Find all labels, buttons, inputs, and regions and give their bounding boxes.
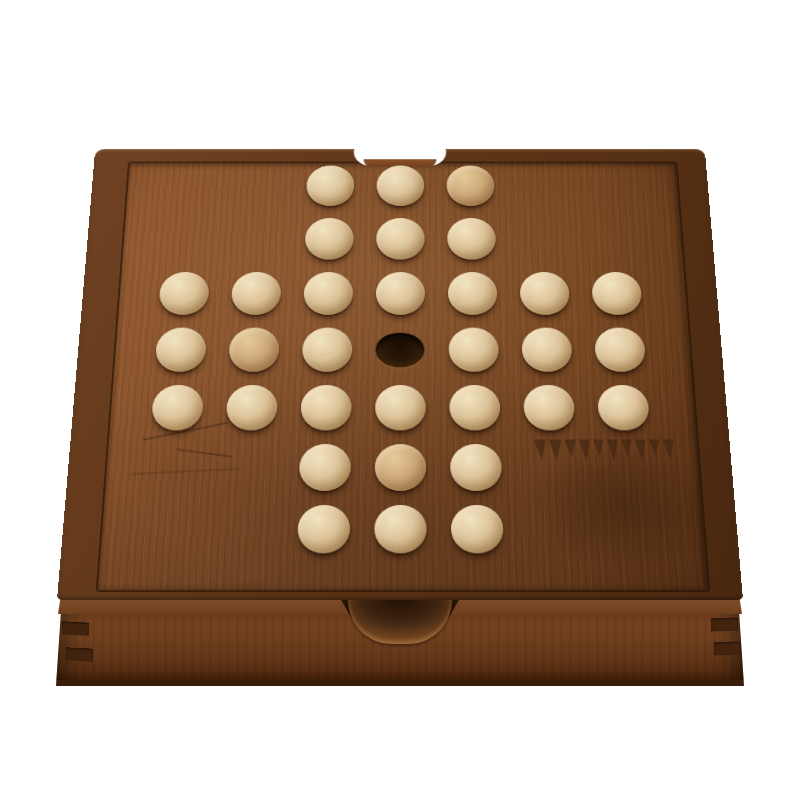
board-cell[interactable] bbox=[361, 497, 438, 560]
board-cell[interactable] bbox=[142, 321, 218, 378]
board-corner-cell bbox=[574, 159, 647, 211]
board-cell[interactable] bbox=[509, 321, 584, 378]
peg[interactable] bbox=[377, 166, 425, 206]
peg[interactable] bbox=[448, 272, 498, 315]
board-cell[interactable] bbox=[286, 437, 363, 498]
peg[interactable] bbox=[158, 272, 209, 315]
board-cell[interactable] bbox=[284, 497, 362, 560]
board-corner-cell bbox=[210, 437, 288, 498]
peg[interactable] bbox=[300, 385, 351, 430]
peg[interactable] bbox=[597, 385, 650, 430]
peg[interactable] bbox=[302, 328, 353, 372]
solitaire-box-top bbox=[57, 149, 743, 600]
peg[interactable] bbox=[519, 272, 570, 315]
board-corner-cell bbox=[576, 212, 650, 266]
dovetail-joint bbox=[66, 647, 94, 661]
board-corner-cell bbox=[153, 159, 226, 211]
peg[interactable] bbox=[449, 328, 500, 372]
peg[interactable] bbox=[374, 505, 426, 553]
peg[interactable] bbox=[523, 385, 575, 430]
board-cell[interactable] bbox=[289, 321, 363, 378]
board-cell[interactable] bbox=[582, 321, 658, 378]
empty-center-hole[interactable] bbox=[375, 333, 424, 368]
peg[interactable] bbox=[449, 385, 500, 430]
peg[interactable] bbox=[375, 444, 427, 491]
board-corner-cell bbox=[130, 497, 210, 560]
peg[interactable] bbox=[594, 328, 646, 372]
board-cell[interactable] bbox=[293, 212, 365, 266]
peg[interactable] bbox=[446, 166, 494, 206]
peg[interactable] bbox=[306, 166, 354, 206]
peg[interactable] bbox=[231, 272, 282, 315]
dovetail-joint bbox=[714, 642, 741, 656]
board-cell[interactable] bbox=[288, 378, 363, 437]
board-corner-cell bbox=[506, 212, 579, 266]
board-cell[interactable] bbox=[362, 437, 438, 498]
peg[interactable] bbox=[447, 218, 496, 260]
board-cell[interactable] bbox=[436, 321, 510, 378]
peg[interactable] bbox=[305, 218, 354, 260]
board-corner-cell bbox=[221, 212, 294, 266]
dovetail-joint bbox=[62, 621, 90, 635]
board-corner-cell bbox=[207, 497, 286, 560]
board-cell[interactable] bbox=[438, 497, 516, 560]
board-corner-cell bbox=[224, 159, 296, 211]
board-corner-cell bbox=[150, 212, 224, 266]
board-corner-cell bbox=[514, 497, 593, 560]
solitaire-grid bbox=[130, 159, 671, 560]
board-corner-cell bbox=[134, 437, 213, 498]
peg[interactable] bbox=[299, 444, 351, 491]
board-cell[interactable] bbox=[511, 378, 588, 437]
peg[interactable] bbox=[226, 385, 278, 430]
peg[interactable] bbox=[375, 385, 426, 430]
board-cell[interactable] bbox=[363, 321, 437, 378]
front-notch-bowl bbox=[348, 600, 452, 644]
board-cell[interactable] bbox=[138, 378, 216, 437]
peg[interactable] bbox=[376, 218, 425, 260]
board-cell[interactable] bbox=[146, 265, 221, 320]
board-cell[interactable] bbox=[436, 265, 509, 320]
product-photo-scene bbox=[0, 0, 800, 800]
board-corner-cell bbox=[590, 497, 670, 560]
board-cell[interactable] bbox=[364, 212, 436, 266]
board-corner-cell bbox=[512, 437, 590, 498]
peg[interactable] bbox=[450, 444, 502, 491]
board-cell[interactable] bbox=[365, 159, 436, 211]
peg[interactable] bbox=[376, 272, 425, 315]
board-cell[interactable] bbox=[363, 378, 438, 437]
peg[interactable] bbox=[151, 385, 204, 430]
board-cell[interactable] bbox=[435, 212, 507, 266]
board-cell[interactable] bbox=[579, 265, 654, 320]
board-corner-cell bbox=[504, 159, 576, 211]
peg[interactable] bbox=[591, 272, 642, 315]
board-cell[interactable] bbox=[584, 378, 662, 437]
peg[interactable] bbox=[228, 328, 279, 372]
peg[interactable] bbox=[451, 505, 504, 553]
board-cell[interactable] bbox=[364, 265, 437, 320]
board-cell[interactable] bbox=[507, 265, 581, 320]
board-cell[interactable] bbox=[216, 321, 291, 378]
peg[interactable] bbox=[521, 328, 572, 372]
peg[interactable] bbox=[303, 272, 353, 315]
board-cell[interactable] bbox=[291, 265, 364, 320]
peg[interactable] bbox=[155, 328, 207, 372]
front-finger-notch bbox=[337, 593, 463, 647]
board-cell[interactable] bbox=[437, 437, 514, 498]
board-cell[interactable] bbox=[435, 159, 506, 211]
board-cell[interactable] bbox=[218, 265, 292, 320]
peg[interactable] bbox=[297, 505, 350, 553]
board-cell[interactable] bbox=[213, 378, 290, 437]
board-cell[interactable] bbox=[437, 378, 512, 437]
board-cell[interactable] bbox=[294, 159, 365, 211]
box-front bbox=[56, 592, 744, 692]
dovetail-joint bbox=[711, 618, 738, 632]
board-corner-cell bbox=[587, 437, 666, 498]
